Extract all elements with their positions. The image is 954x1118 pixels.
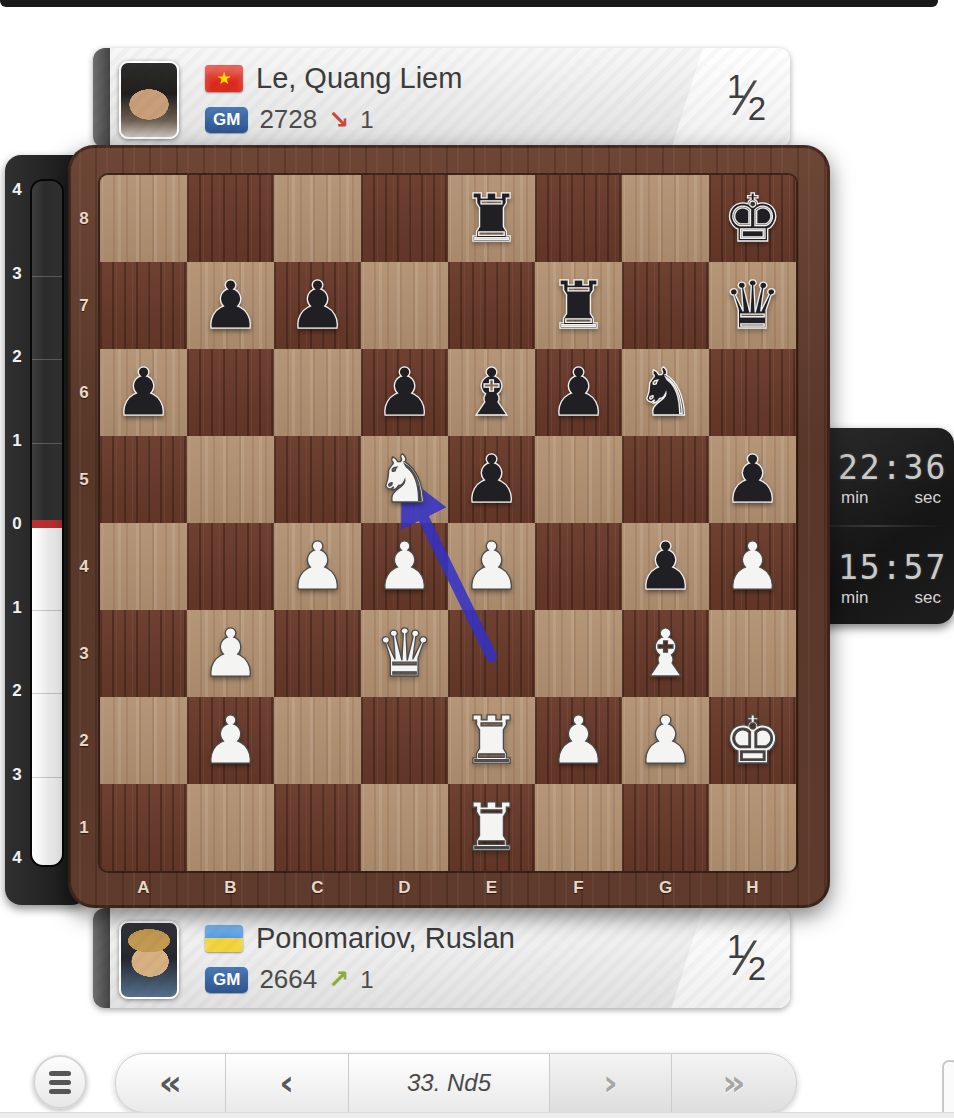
file-label-G: G <box>622 869 709 907</box>
back-icon: ‹ <box>279 1065 294 1101</box>
file-label-C: C <box>274 869 361 907</box>
square-e2[interactable]: ♜ <box>448 697 535 784</box>
square-c2[interactable] <box>274 697 361 784</box>
trend-value-bottom: 1 <box>360 966 373 994</box>
square-g4[interactable]: ♟ <box>622 523 709 610</box>
white-pawn-e4[interactable]: ♟ <box>448 523 535 610</box>
square-h5[interactable]: ♟ <box>709 436 796 523</box>
square-e5[interactable]: ♟ <box>448 436 535 523</box>
eval-scale-7: 3 <box>7 765 27 785</box>
evaluation-track <box>30 179 64 867</box>
square-g5[interactable] <box>622 436 709 523</box>
square-a2[interactable] <box>100 697 187 784</box>
first-move-button[interactable]: « <box>116 1054 226 1112</box>
eval-scale-6: 2 <box>7 681 27 701</box>
gm-badge: GM <box>205 967 248 993</box>
player-photo-bottom <box>119 921 179 999</box>
player-name-bottom: Ponomariov, Ruslan <box>256 922 515 955</box>
square-b6[interactable] <box>187 349 274 436</box>
file-label-B: B <box>187 869 274 907</box>
square-a5[interactable] <box>100 436 187 523</box>
rank-label-2: 2 <box>68 697 100 784</box>
square-d7[interactable] <box>361 262 448 349</box>
black-pawn-c7[interactable]: ♟ <box>274 262 361 349</box>
white-rook-e2[interactable]: ♜ <box>448 697 535 784</box>
white-pawn-g2[interactable]: ♟ <box>622 697 709 784</box>
white-queen-d3[interactable]: ♛ <box>361 610 448 697</box>
square-f7[interactable]: ♜ <box>535 262 622 349</box>
square-c4[interactable]: ♟ <box>274 523 361 610</box>
rating-top: 2728 <box>259 104 317 135</box>
black-pawn-h5[interactable]: ♟ <box>709 436 796 523</box>
square-f2[interactable]: ♟ <box>535 697 622 784</box>
ukraine-flag-icon <box>205 925 243 952</box>
card-tab <box>93 908 110 1008</box>
vietnam-flag-icon: ★ <box>205 65 243 92</box>
eval-scale-4: 0 <box>7 514 27 534</box>
square-d8[interactable] <box>361 175 448 262</box>
player-card-bottom: Ponomariov, Ruslan GM 2664 ↗ 1 1∕2 <box>93 908 790 1008</box>
square-c8[interactable] <box>274 175 361 262</box>
square-c5[interactable] <box>274 436 361 523</box>
player-photo-top <box>119 61 179 139</box>
rank-label-6: 6 <box>68 349 100 436</box>
square-b5[interactable] <box>187 436 274 523</box>
square-f8[interactable] <box>535 175 622 262</box>
square-b7[interactable]: ♟ <box>187 262 274 349</box>
current-move-display: 33. Nd5 <box>349 1054 550 1112</box>
square-f3[interactable] <box>535 610 622 697</box>
white-king-h2[interactable]: ♚ <box>709 697 796 784</box>
square-b3[interactable]: ♟ <box>187 610 274 697</box>
black-bishop-e6[interactable]: ♝ <box>448 349 535 436</box>
square-b2[interactable]: ♟ <box>187 697 274 784</box>
square-d4[interactable]: ♟ <box>361 523 448 610</box>
footer-divider <box>0 1112 954 1118</box>
app-stage: ★ Le, Quang Liem GM 2728 ↘ 1 1∕2 4321012… <box>0 0 954 1118</box>
square-g3[interactable]: ♝ <box>622 610 709 697</box>
white-knight-d5[interactable]: ♞ <box>361 436 448 523</box>
forward-icon: › <box>603 1065 618 1101</box>
white-pawn-c4[interactable]: ♟ <box>274 523 361 610</box>
eval-tick <box>32 693 62 694</box>
black-pawn-a6[interactable]: ♟ <box>100 349 187 436</box>
previous-move-button[interactable]: ‹ <box>226 1054 349 1112</box>
sec-label: sec <box>915 488 941 508</box>
trend-down-icon: ↘ <box>328 105 349 134</box>
square-a7[interactable] <box>100 262 187 349</box>
square-g7[interactable] <box>622 262 709 349</box>
square-d1[interactable] <box>361 784 448 871</box>
square-g2[interactable]: ♟ <box>622 697 709 784</box>
square-e6[interactable]: ♝ <box>448 349 535 436</box>
eval-tick <box>32 443 62 444</box>
square-d2[interactable] <box>361 697 448 784</box>
clock-top-time: 22:36 <box>838 448 944 487</box>
menu-button[interactable] <box>33 1055 87 1109</box>
square-h2[interactable]: ♚ <box>709 697 796 784</box>
white-pawn-b2[interactable]: ♟ <box>187 697 274 784</box>
square-c1[interactable] <box>274 784 361 871</box>
board-squares: ♜♚♟♟♜♛♟♟♝♟♞♞♟♟♟♟♟♟♟♟♛♝♟♜♟♟♚♜ <box>100 175 796 871</box>
white-pawn-d4[interactable]: ♟ <box>361 523 448 610</box>
square-e7[interactable] <box>448 262 535 349</box>
eval-black-section <box>32 181 62 520</box>
menu-icon <box>49 1071 71 1094</box>
eval-zero-line <box>32 520 62 528</box>
eval-scale-1: 3 <box>7 264 27 284</box>
square-a3[interactable] <box>100 610 187 697</box>
fast-forward-icon: » <box>722 1065 745 1101</box>
top-bar <box>0 0 938 7</box>
square-g6[interactable]: ♞ <box>622 349 709 436</box>
square-a6[interactable]: ♟ <box>100 349 187 436</box>
eval-scale-0: 4 <box>7 180 27 200</box>
gm-badge: GM <box>205 107 248 133</box>
side-panel-edge <box>942 1060 954 1118</box>
score-top: 1∕2 <box>727 69 766 127</box>
rank-label-3: 3 <box>68 610 100 697</box>
square-h4[interactable]: ♟ <box>709 523 796 610</box>
square-e1[interactable]: ♜ <box>448 784 535 871</box>
file-label-H: H <box>709 869 796 907</box>
white-pawn-h4[interactable]: ♟ <box>709 523 796 610</box>
move-label: 33. Nd5 <box>407 1069 491 1097</box>
square-f6[interactable]: ♟ <box>535 349 622 436</box>
eval-tick <box>32 777 62 778</box>
rank-label-4: 4 <box>68 523 100 610</box>
square-f5[interactable] <box>535 436 622 523</box>
player-name-top: Le, Quang Liem <box>256 62 462 95</box>
sec-label: sec <box>915 588 941 608</box>
eval-tick <box>32 359 62 360</box>
square-d3[interactable]: ♛ <box>361 610 448 697</box>
white-pawn-b3[interactable]: ♟ <box>187 610 274 697</box>
black-rook-e8[interactable]: ♜ <box>448 175 535 262</box>
eval-white-section <box>32 528 62 865</box>
rank-label-5: 5 <box>68 436 100 523</box>
rank-label-8: 8 <box>68 175 100 262</box>
trend-value-top: 1 <box>360 106 373 134</box>
eval-tick <box>32 276 62 277</box>
min-label: min <box>841 488 868 508</box>
star-icon: ★ <box>216 70 231 87</box>
square-f1[interactable] <box>535 784 622 871</box>
white-pawn-f2[interactable]: ♟ <box>535 697 622 784</box>
square-h6[interactable] <box>709 349 796 436</box>
square-c3[interactable] <box>274 610 361 697</box>
square-b1[interactable] <box>187 784 274 871</box>
square-d5[interactable]: ♞ <box>361 436 448 523</box>
black-knight-g6[interactable]: ♞ <box>622 349 709 436</box>
square-h1[interactable] <box>709 784 796 871</box>
eval-scale-5: 1 <box>7 598 27 618</box>
chess-board: ♜♚♟♟♜♛♟♟♝♟♞♞♟♟♟♟♟♟♟♟♛♝♟♜♟♟♚♜ 87654321ABC… <box>68 145 830 908</box>
square-f4[interactable] <box>535 523 622 610</box>
min-label: min <box>841 588 868 608</box>
square-c6[interactable] <box>274 349 361 436</box>
black-pawn-e5[interactable]: ♟ <box>448 436 535 523</box>
eval-tick <box>32 610 62 611</box>
eval-scale-8: 4 <box>7 848 27 868</box>
eval-scale-3: 1 <box>7 431 27 451</box>
rank-label-1: 1 <box>68 784 100 871</box>
square-e3[interactable] <box>448 610 535 697</box>
square-d6[interactable]: ♟ <box>361 349 448 436</box>
player-card-top: ★ Le, Quang Liem GM 2728 ↘ 1 1∕2 <box>93 48 790 148</box>
square-a8[interactable] <box>100 175 187 262</box>
black-king-h8[interactable]: ♚ <box>709 175 796 262</box>
clock-bottom: 15:57 min sec <box>838 548 944 608</box>
square-g1[interactable] <box>622 784 709 871</box>
square-a1[interactable] <box>100 784 187 871</box>
card-tab <box>93 48 110 148</box>
square-e8[interactable]: ♜ <box>448 175 535 262</box>
rank-label-7: 7 <box>68 262 100 349</box>
square-a4[interactable] <box>100 523 187 610</box>
white-bishop-g3[interactable]: ♝ <box>622 610 709 697</box>
clock-top: 22:36 min sec <box>838 448 944 508</box>
next-move-button[interactable]: › <box>550 1054 671 1112</box>
trend-up-icon: ↗ <box>328 965 349 994</box>
clock-bottom-time: 15:57 <box>838 548 944 587</box>
move-navigation-bar: « ‹ 33. Nd5 › » <box>115 1053 797 1113</box>
white-rook-e1[interactable]: ♜ <box>448 784 535 871</box>
eval-scale-2: 2 <box>7 347 27 367</box>
square-e4[interactable]: ♟ <box>448 523 535 610</box>
black-queen-h7[interactable]: ♛ <box>709 262 796 349</box>
rating-bottom: 2664 <box>259 964 317 995</box>
file-label-A: A <box>100 869 187 907</box>
square-c7[interactable]: ♟ <box>274 262 361 349</box>
black-pawn-b7[interactable]: ♟ <box>187 262 274 349</box>
rewind-icon: « <box>159 1065 182 1101</box>
last-move-button[interactable]: » <box>672 1054 796 1112</box>
square-b8[interactable] <box>187 175 274 262</box>
square-h8[interactable]: ♚ <box>709 175 796 262</box>
file-label-E: E <box>448 869 535 907</box>
black-pawn-f6[interactable]: ♟ <box>535 349 622 436</box>
square-h3[interactable] <box>709 610 796 697</box>
black-rook-f7[interactable]: ♜ <box>535 262 622 349</box>
black-pawn-g4[interactable]: ♟ <box>622 523 709 610</box>
square-h7[interactable]: ♛ <box>709 262 796 349</box>
square-b4[interactable] <box>187 523 274 610</box>
square-g8[interactable] <box>622 175 709 262</box>
black-pawn-d6[interactable]: ♟ <box>361 349 448 436</box>
file-label-D: D <box>361 869 448 907</box>
score-bottom: 1∕2 <box>727 929 766 987</box>
file-label-F: F <box>535 869 622 907</box>
